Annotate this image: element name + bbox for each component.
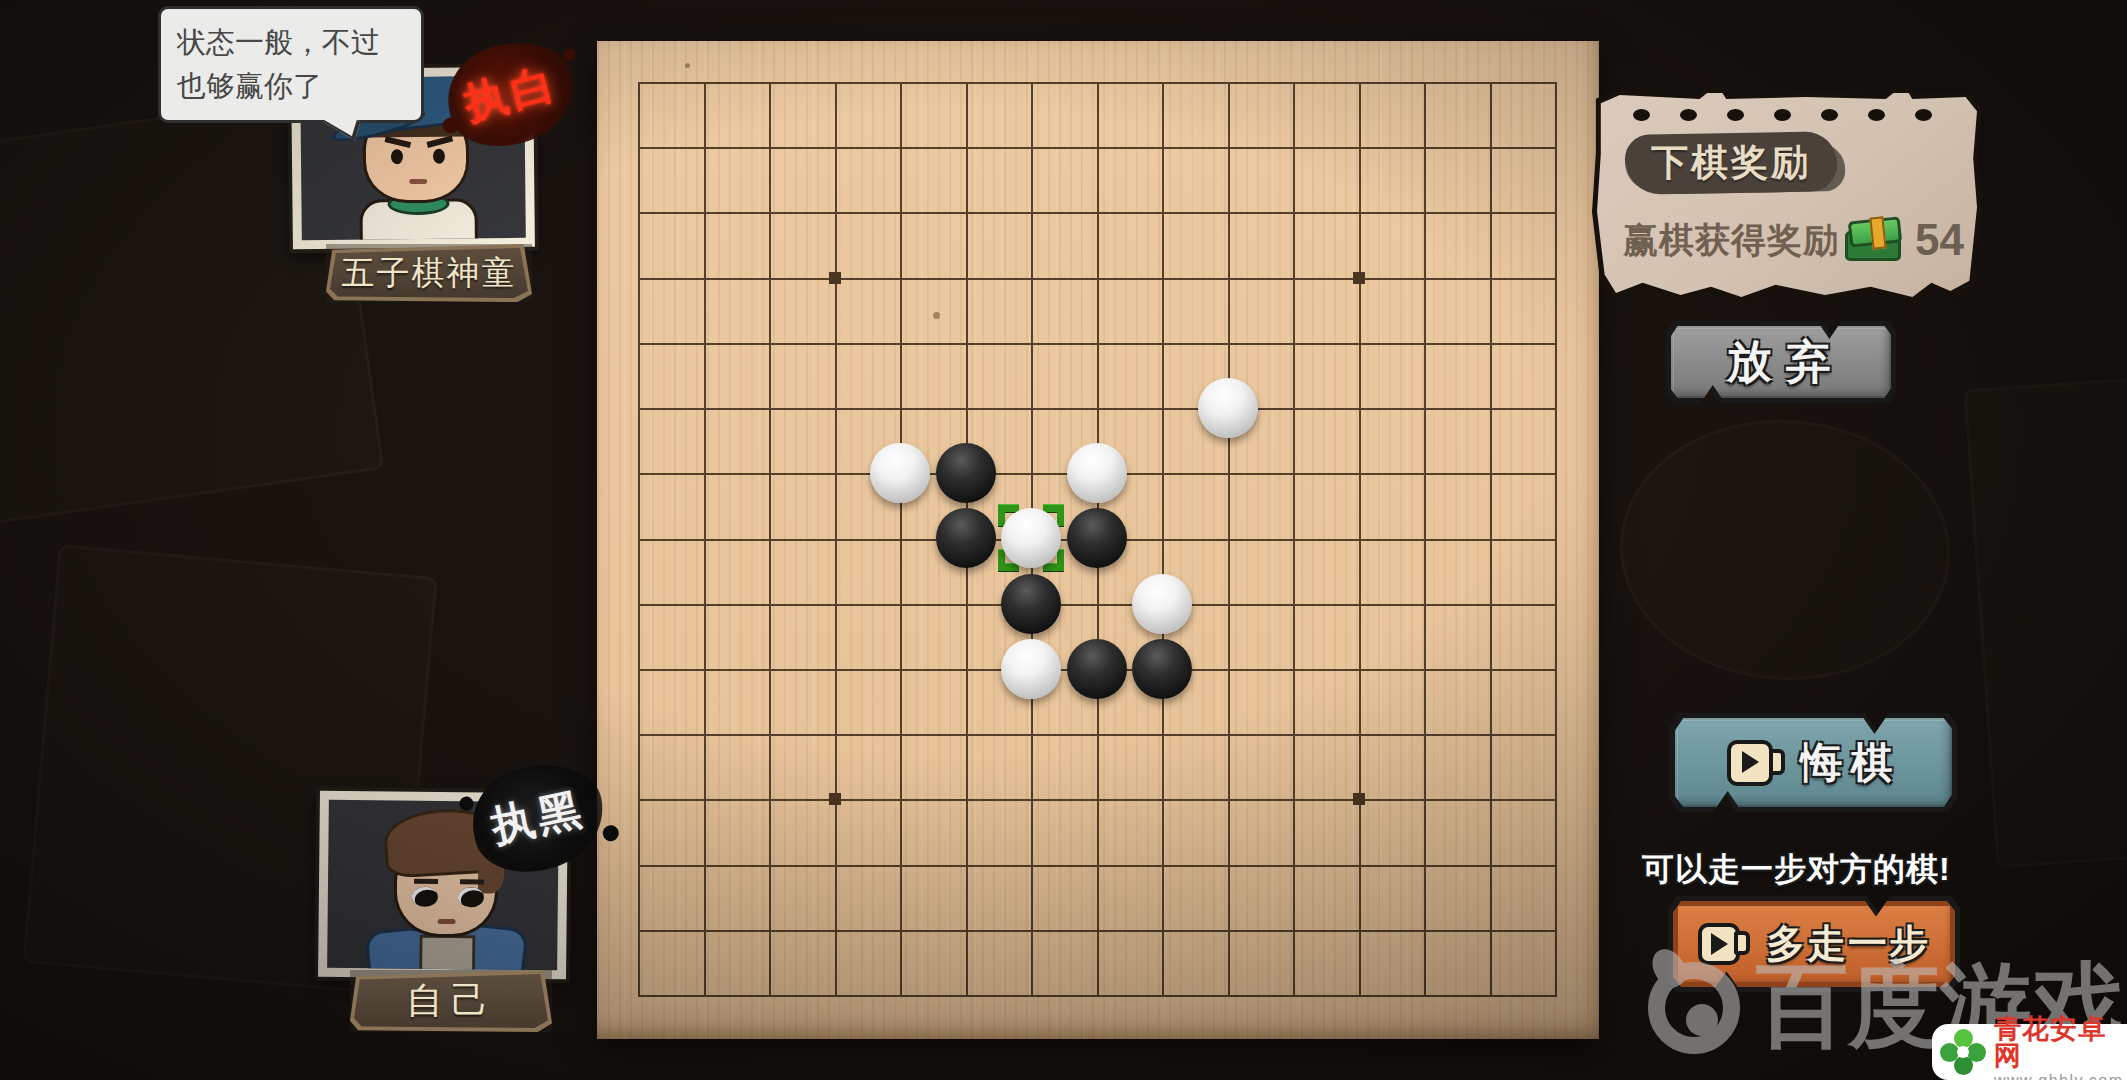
black-stone[interactable] [936, 443, 996, 503]
opponent-nameplate: 五子棋神童 [326, 244, 532, 302]
site-name: 青花安卓网 [1994, 1016, 2127, 1070]
site-badge: 青花安卓网 www.qhhlv.com [1932, 1024, 2127, 1080]
money-stack-icon [1845, 219, 1903, 261]
video-ad-icon [1727, 740, 1785, 786]
reward-title: 下棋奖励 [1625, 133, 1837, 193]
black-stone[interactable] [936, 508, 996, 568]
undo-move-button[interactable]: 悔棋 [1670, 713, 1957, 812]
game-screen: 五子棋神童 状态一般，不过也够赢你了 执白 [0, 0, 2127, 1080]
clover-logo-icon [1940, 1029, 1986, 1075]
opponent-name: 五子棋神童 [342, 251, 517, 296]
reward-desc: 赢棋获得奖励 [1623, 217, 1839, 264]
site-url: www.qhhlv.com [1994, 1073, 2127, 1080]
gomoku-board[interactable] [597, 41, 1599, 1039]
star-point [829, 793, 841, 805]
star-point [1353, 272, 1365, 284]
black-stone[interactable] [1001, 574, 1061, 634]
extra-move-label: 多走一步 [1766, 917, 1930, 971]
white-stone[interactable] [1001, 639, 1061, 699]
self-name: 自己 [406, 976, 496, 1026]
opponent-speech-bubble: 状态一般，不过也够赢你了 [158, 6, 424, 123]
reward-amount: 54 [1915, 215, 1964, 265]
white-stone[interactable] [1198, 378, 1258, 438]
star-point [1353, 793, 1365, 805]
extra-move-button[interactable]: 多走一步 [1668, 896, 1960, 992]
reward-panel: 下棋奖励 赢棋获得奖励 54 [1592, 88, 1982, 302]
give-up-label: 放弃 [1717, 332, 1845, 392]
black-stone[interactable] [1067, 508, 1127, 568]
black-stone[interactable] [1067, 639, 1127, 699]
speech-text: 状态一般，不过也够赢你了 [177, 26, 380, 102]
star-point [829, 272, 841, 284]
white-stone[interactable] [1132, 574, 1192, 634]
white-stone[interactable] [1067, 443, 1127, 503]
give-up-button[interactable]: 放弃 [1666, 321, 1896, 403]
wood-speck [685, 63, 690, 68]
black-stone[interactable] [1132, 639, 1192, 699]
video-ad-icon [1698, 923, 1750, 965]
opponent-side-stamp: 执白 [437, 30, 585, 158]
stones-layer [638, 82, 1555, 995]
white-stone[interactable] [1001, 508, 1061, 568]
self-side-stamp: 执黑 [463, 753, 614, 882]
reward-title-brush: 下棋奖励 [1625, 133, 1837, 193]
extra-move-tip: 可以走一步对方的棋! [1642, 848, 2002, 892]
background-texture [1964, 372, 2127, 869]
self-nameplate: 自己 [350, 970, 552, 1032]
background-texture [1613, 412, 1956, 689]
white-stone[interactable] [870, 443, 930, 503]
undo-label: 悔棋 [1801, 735, 1901, 791]
